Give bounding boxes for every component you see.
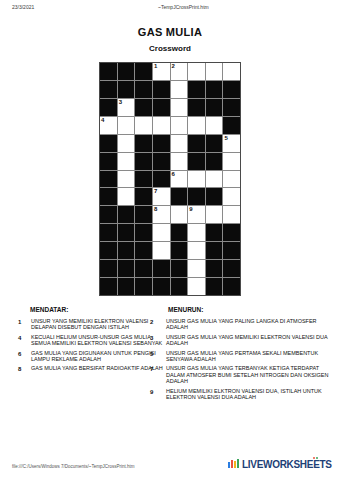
black-cell: [223, 260, 240, 277]
clue-item: 3UNSUR GAS MULIA YANG MEMILIKI ELEKTRON …: [150, 334, 330, 347]
grid-cell[interactable]: 6: [171, 171, 188, 188]
clue-item-text: UNSUR GAS MULIA YANG MEMILIKI ELEKTRON V…: [166, 334, 330, 347]
grid-cell[interactable]: 7: [153, 188, 170, 205]
black-cell: [135, 278, 152, 295]
print-header-date: 23/3/2021: [12, 4, 34, 10]
grid-cell[interactable]: 9: [188, 206, 205, 223]
black-cell: [171, 224, 188, 241]
clue-number: 4: [101, 117, 104, 124]
down-heading: MENURUN:: [168, 306, 203, 313]
black-cell: [118, 224, 135, 241]
liveworksheets-wordmark: LIVEWORKSHEETS: [242, 459, 332, 470]
grid-cell[interactable]: [223, 171, 240, 188]
black-cell: [118, 278, 135, 295]
clue-item: 4KECUALI HELIUM UNSUR-UNSUR GAS MULIA SE…: [18, 334, 164, 347]
clue-item-text: GAS MULIA YANG DIGUNAKAN UNTUK PENGISI L…: [31, 350, 164, 363]
black-cell: [135, 206, 152, 223]
clue-item: 8GAS MULIA YANG BERSIFAT RADIOAKTIF ADAL…: [18, 365, 164, 372]
black-cell: [206, 135, 223, 152]
black-cell: [100, 99, 117, 116]
black-cell: [153, 135, 170, 152]
clue-item-number: 7: [150, 365, 166, 384]
clue-number: 6: [172, 171, 175, 178]
black-cell: [100, 278, 117, 295]
black-cell: [223, 81, 240, 98]
grid-cell[interactable]: [206, 171, 223, 188]
black-cell: [188, 188, 205, 205]
clue-item-number: 8: [18, 365, 31, 372]
grid-cell[interactable]: [118, 171, 135, 188]
black-cell: [135, 81, 152, 98]
grid-cell[interactable]: [171, 206, 188, 223]
grid-cell[interactable]: [223, 153, 240, 170]
grid-cell[interactable]: [223, 188, 240, 205]
clue-number: 8: [154, 206, 157, 213]
grid-cell[interactable]: [223, 206, 240, 223]
grid-cell[interactable]: [206, 117, 223, 134]
clue-number: 5: [224, 135, 227, 142]
grid-cell[interactable]: [188, 278, 205, 295]
clue-item-text: UNSUR GAS MULIA YANG PALING LANGKA DI AT…: [166, 318, 330, 331]
print-header-document: ~TempJCrossPrint.htm: [158, 4, 209, 10]
black-cell: [153, 81, 170, 98]
black-cell: [100, 260, 117, 277]
clue-item-number: 5: [150, 350, 166, 363]
black-cell: [118, 81, 135, 98]
grid-cell[interactable]: [118, 153, 135, 170]
black-cell: [223, 224, 240, 241]
black-cell: [100, 81, 117, 98]
grid-cell[interactable]: [188, 242, 205, 259]
clue-number: 7: [154, 188, 157, 195]
liveworksheets-bars-icon: [228, 459, 240, 470]
black-cell: [135, 224, 152, 241]
page-title: GAS MULIA: [0, 26, 340, 38]
grid-cell[interactable]: [118, 117, 135, 134]
black-cell: [153, 278, 170, 295]
clue-item-number: 3: [150, 334, 166, 347]
black-cell: [100, 153, 117, 170]
black-cell: [206, 81, 223, 98]
black-cell: [135, 242, 152, 259]
grid-cell[interactable]: [188, 117, 205, 134]
black-cell: [171, 260, 188, 277]
grid-cell[interactable]: [153, 224, 170, 241]
clue-item-text: KECUALI HELIUM UNSUR-UNSUR GAS MULIA SEM…: [31, 334, 164, 347]
black-cell: [135, 188, 152, 205]
black-cell: [206, 224, 223, 241]
grid-cell[interactable]: [171, 135, 188, 152]
logo-eyes-icon: [313, 457, 319, 459]
grid-cell[interactable]: [171, 81, 188, 98]
grid-cell[interactable]: [206, 63, 223, 80]
black-cell: [171, 278, 188, 295]
black-cell: [118, 206, 135, 223]
clue-item-number: 2: [150, 318, 166, 331]
grid-cell[interactable]: 8: [153, 206, 170, 223]
black-cell: [153, 153, 170, 170]
grid-cell[interactable]: 2: [171, 63, 188, 80]
black-cell: [100, 206, 117, 223]
grid-cell[interactable]: [118, 188, 135, 205]
black-cell: [223, 117, 240, 134]
clue-item-number: 4: [18, 334, 31, 347]
black-cell: [135, 260, 152, 277]
grid-cell[interactable]: [188, 260, 205, 277]
black-cell: [100, 171, 117, 188]
black-cell: [188, 135, 205, 152]
black-cell: [135, 99, 152, 116]
print-page: 23/3/2021 ~TempJCrossPrint.htm GAS MULIA…: [0, 0, 340, 480]
black-cell: [153, 260, 170, 277]
black-cell: [188, 99, 205, 116]
grid-cell[interactable]: [135, 117, 152, 134]
clue-item: 2UNSUR GAS MULIA YANG PALING LANGKA DI A…: [150, 318, 330, 331]
grid-cell[interactable]: [153, 242, 170, 259]
across-heading: MENDATAR:: [30, 306, 68, 313]
grid-cell[interactable]: [188, 171, 205, 188]
print-footer-url: file:///C:/Users/Windows 7/Documents/~Te…: [12, 464, 134, 469]
black-cell: [153, 171, 170, 188]
black-cell: [100, 242, 117, 259]
black-cell: [206, 260, 223, 277]
black-cell: [206, 99, 223, 116]
clue-item-number: 9: [150, 388, 166, 401]
black-cell: [153, 99, 170, 116]
black-cell: [135, 63, 152, 80]
clue-number: 3: [119, 99, 122, 106]
clue-item-number: 1: [18, 318, 31, 331]
black-cell: [223, 278, 240, 295]
grid-cell[interactable]: [171, 153, 188, 170]
grid-cell[interactable]: 3: [118, 99, 135, 116]
black-cell: [118, 260, 135, 277]
grid-cell[interactable]: 1: [153, 63, 170, 80]
grid-cell[interactable]: [206, 206, 223, 223]
clue-item: 7UNSUR GAS MULIA YANG TERBANYAK KETIGA T…: [150, 365, 330, 384]
grid-cell[interactable]: 4: [100, 117, 117, 134]
clue-number: 2: [172, 63, 175, 70]
grid-cell[interactable]: [153, 117, 170, 134]
clue-item: 9HELIUM MEMILIKI ELKTRON VALENSI DUA, IS…: [150, 388, 330, 401]
black-cell: [206, 188, 223, 205]
grid-cell[interactable]: [188, 63, 205, 80]
clue-item: 5UNSUR GAS MULIA YANG PERTAMA SEKALI MEM…: [150, 350, 330, 363]
page-subtitle: Crossword: [0, 44, 340, 53]
black-cell: [188, 153, 205, 170]
black-cell: [171, 242, 188, 259]
grid-cell[interactable]: [171, 117, 188, 134]
down-clue-list: 2UNSUR GAS MULIA YANG PALING LANGKA DI A…: [150, 318, 330, 403]
clue-item-text: GAS MULIA YANG BERSIFAT RADIOAKTIF ADALA…: [31, 365, 163, 372]
black-cell: [206, 153, 223, 170]
black-cell: [171, 188, 188, 205]
clue-item-text: UNSUR YANG MEMILIKI ELEKTRON VALENSI DEL…: [31, 318, 164, 331]
clue-number: 1: [154, 63, 157, 70]
grid-cell[interactable]: [188, 224, 205, 241]
clue-item-number: 6: [18, 350, 31, 363]
across-clue-list: 1UNSUR YANG MEMILIKI ELEKTRON VALENSI DE…: [18, 318, 164, 375]
clue-number: 9: [189, 206, 192, 213]
clue-item-text: HELIUM MEMILIKI ELKTRON VALENSI DUA, IST…: [166, 388, 330, 401]
black-cell: [135, 135, 152, 152]
black-cell: [100, 224, 117, 241]
clue-item: 1UNSUR YANG MEMILIKI ELEKTRON VALENSI DE…: [18, 318, 164, 331]
black-cell: [118, 63, 135, 80]
clue-item-text: UNSUR GAS MULIA YANG TERBANYAK KETIGA TE…: [166, 365, 330, 384]
black-cell: [100, 188, 117, 205]
crossword-grid: 123456789: [99, 62, 241, 296]
black-cell: [206, 278, 223, 295]
black-cell: [118, 242, 135, 259]
black-cell: [206, 242, 223, 259]
black-cell: [135, 171, 152, 188]
liveworksheets-logo: LIVEWORKSHEETS: [228, 459, 332, 470]
grid-cell[interactable]: 5: [223, 135, 240, 152]
black-cell: [135, 153, 152, 170]
black-cell: [100, 135, 117, 152]
black-cell: [223, 242, 240, 259]
grid-cell[interactable]: [171, 99, 188, 116]
black-cell: [188, 81, 205, 98]
clue-item: 6GAS MULIA YANG DIGUNAKAN UNTUK PENGISI …: [18, 350, 164, 363]
clue-item-text: UNSUR GAS MULIA YANG PERTAMA SEKALI MEMB…: [166, 350, 330, 363]
grid-cell[interactable]: [223, 63, 240, 80]
grid-cell[interactable]: [118, 135, 135, 152]
black-cell: [100, 63, 117, 80]
black-cell: [223, 99, 240, 116]
